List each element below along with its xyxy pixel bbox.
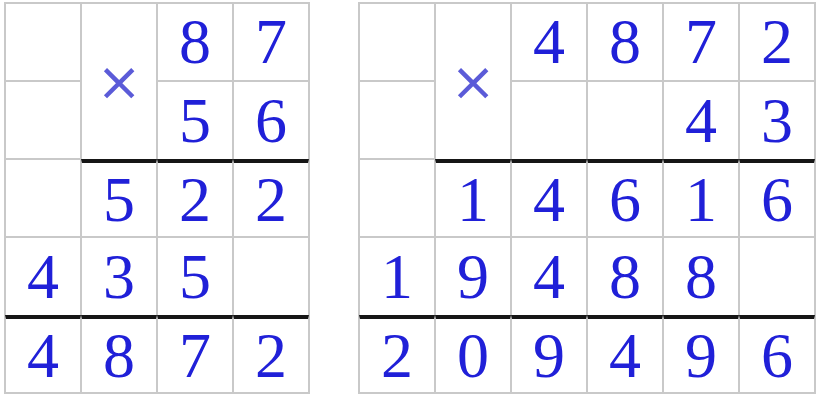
right-cell-r5c4: 4 — [587, 315, 663, 393]
right-cell-r2c1 — [359, 81, 435, 159]
left-cell-r3c2: 5 — [81, 159, 157, 237]
left-cell-r4c1: 4 — [5, 237, 81, 315]
left-cell-r1c4: 7 — [233, 3, 309, 81]
left-cell-r2c4: 6 — [233, 81, 309, 159]
left-cell-r4c2: 3 — [81, 237, 157, 315]
left-cell-r2c1 — [5, 81, 81, 159]
right-cell-r1c1 — [359, 3, 435, 81]
right-cell-r3c2: 1 — [435, 159, 511, 237]
right-cell-r2c5: 4 — [663, 81, 739, 159]
left-cell-r5c2: 8 — [81, 315, 157, 393]
left-cell-r5c3: 7 — [157, 315, 233, 393]
right-cell-r5c6: 6 — [739, 315, 815, 393]
left-cell-r1c3: 8 — [157, 3, 233, 81]
right-cell-r1c3: 4 — [511, 3, 587, 81]
right-cell-r5c3: 9 — [511, 315, 587, 393]
right-cell-r3c4: 6 — [587, 159, 663, 237]
left-cell-r3c3: 2 — [157, 159, 233, 237]
right-cell-r3c3: 4 — [511, 159, 587, 237]
right-cell-r3c5: 1 — [663, 159, 739, 237]
left-cell-r4c4 — [233, 237, 309, 315]
right-cell-r5c2: 0 — [435, 315, 511, 393]
right-cell-r4c2: 9 — [435, 237, 511, 315]
right-cell-r3c1 — [359, 159, 435, 237]
right-cell-r3c6: 6 — [739, 159, 815, 237]
right-cell-r4c4: 8 — [587, 237, 663, 315]
right-cell-r2c3 — [511, 81, 587, 159]
left-cell-r4c3: 5 — [157, 237, 233, 315]
multiplication-sign: × — [435, 3, 511, 159]
right-cell-r4c3: 4 — [511, 237, 587, 315]
left-cell-r3c4: 2 — [233, 159, 309, 237]
right-cell-r2c4 — [587, 81, 663, 159]
right-multiplication-grid: ×4872431461619488209496 — [358, 2, 816, 394]
left-cell-r2c3: 5 — [157, 81, 233, 159]
right-cell-r1c5: 7 — [663, 3, 739, 81]
left-cell-r5c4: 2 — [233, 315, 309, 393]
right-cell-r5c5: 9 — [663, 315, 739, 393]
right-cell-r5c1: 2 — [359, 315, 435, 393]
right-cell-r1c6: 2 — [739, 3, 815, 81]
left-multiplication-grid: ×87565224354872 — [4, 2, 310, 394]
left-cell-r3c1 — [5, 159, 81, 237]
right-cell-r1c4: 8 — [587, 3, 663, 81]
right-cell-r4c1: 1 — [359, 237, 435, 315]
worksheet: ×87565224354872 ×4872431461619488209496 — [0, 0, 828, 394]
left-cell-r5c1: 4 — [5, 315, 81, 393]
multiplication-sign: × — [81, 3, 157, 159]
left-cell-r1c1 — [5, 3, 81, 81]
right-cell-r4c5: 8 — [663, 237, 739, 315]
right-cell-r4c6 — [739, 237, 815, 315]
right-cell-r2c6: 3 — [739, 81, 815, 159]
